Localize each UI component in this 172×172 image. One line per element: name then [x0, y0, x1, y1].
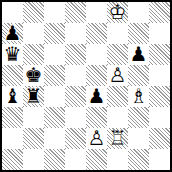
square-d1[interactable] [65, 149, 86, 170]
square-a2[interactable] [2, 128, 23, 149]
square-b5[interactable]: ♚ [23, 65, 44, 86]
square-e3[interactable] [86, 107, 107, 128]
square-g2[interactable] [128, 128, 149, 149]
square-f2[interactable]: ♜♖ [107, 128, 128, 149]
square-h8[interactable] [149, 2, 170, 23]
square-f1[interactable] [107, 149, 128, 170]
square-d2[interactable] [65, 128, 86, 149]
square-d5[interactable] [65, 65, 86, 86]
square-f7[interactable] [107, 23, 128, 44]
square-b6[interactable] [23, 44, 44, 65]
chess-board: ♚♔♟♛♟♚♟♙♝♜♟♝♗♟♙♜♖ [0, 0, 172, 172]
square-e4[interactable]: ♟ [86, 86, 107, 107]
square-h7[interactable] [149, 23, 170, 44]
square-c8[interactable] [44, 2, 65, 23]
square-a4[interactable]: ♝ [2, 86, 23, 107]
piece-white-king-fill: ♚ [107, 2, 128, 23]
square-a6[interactable]: ♛ [2, 44, 23, 65]
square-d7[interactable] [65, 23, 86, 44]
square-f8[interactable]: ♚♔ [107, 2, 128, 23]
piece-black-pawn: ♟ [86, 86, 107, 107]
square-d6[interactable] [65, 44, 86, 65]
piece-white-rook: ♖ [107, 128, 128, 149]
square-f6[interactable] [107, 44, 128, 65]
square-g5[interactable] [128, 65, 149, 86]
square-f5[interactable]: ♟♙ [107, 65, 128, 86]
square-h3[interactable] [149, 107, 170, 128]
square-h6[interactable] [149, 44, 170, 65]
square-d8[interactable] [65, 2, 86, 23]
square-h1[interactable] [149, 149, 170, 170]
square-e1[interactable] [86, 149, 107, 170]
piece-white-bishop: ♗ [128, 86, 149, 107]
piece-black-pawn: ♟ [128, 44, 149, 65]
square-h2[interactable] [149, 128, 170, 149]
square-e7[interactable] [86, 23, 107, 44]
square-a5[interactable] [2, 65, 23, 86]
square-g1[interactable] [128, 149, 149, 170]
square-g7[interactable] [128, 23, 149, 44]
square-e5[interactable] [86, 65, 107, 86]
square-c3[interactable] [44, 107, 65, 128]
square-d3[interactable] [65, 107, 86, 128]
piece-white-bishop-fill: ♝ [128, 86, 149, 107]
square-a8[interactable] [2, 2, 23, 23]
piece-white-king: ♔ [107, 2, 128, 23]
piece-black-bishop: ♝ [2, 86, 23, 107]
square-g8[interactable] [128, 2, 149, 23]
square-b7[interactable] [23, 23, 44, 44]
square-a1[interactable] [2, 149, 23, 170]
square-c5[interactable] [44, 65, 65, 86]
square-b2[interactable] [23, 128, 44, 149]
square-c6[interactable] [44, 44, 65, 65]
square-g3[interactable] [128, 107, 149, 128]
piece-white-rook-fill: ♜ [107, 128, 128, 149]
piece-white-pawn: ♙ [86, 128, 107, 149]
piece-white-pawn-fill: ♟ [86, 128, 107, 149]
square-g4[interactable]: ♝♗ [128, 86, 149, 107]
square-b3[interactable] [23, 107, 44, 128]
square-a3[interactable] [2, 107, 23, 128]
square-c7[interactable] [44, 23, 65, 44]
square-h5[interactable] [149, 65, 170, 86]
square-h4[interactable] [149, 86, 170, 107]
square-e2[interactable]: ♟♙ [86, 128, 107, 149]
piece-white-pawn-fill: ♟ [107, 65, 128, 86]
piece-black-king: ♚ [23, 65, 44, 86]
square-a7[interactable]: ♟ [2, 23, 23, 44]
square-c4[interactable] [44, 86, 65, 107]
piece-black-rook: ♜ [23, 86, 44, 107]
square-c1[interactable] [44, 149, 65, 170]
square-g6[interactable]: ♟ [128, 44, 149, 65]
square-b4[interactable]: ♜ [23, 86, 44, 107]
piece-black-pawn: ♟ [2, 23, 23, 44]
square-b1[interactable] [23, 149, 44, 170]
square-b8[interactable] [23, 2, 44, 23]
piece-white-pawn: ♙ [107, 65, 128, 86]
square-c2[interactable] [44, 128, 65, 149]
square-e6[interactable] [86, 44, 107, 65]
piece-black-queen: ♛ [2, 44, 23, 65]
square-f4[interactable] [107, 86, 128, 107]
square-d4[interactable] [65, 86, 86, 107]
square-f3[interactable] [107, 107, 128, 128]
square-e8[interactable] [86, 2, 107, 23]
